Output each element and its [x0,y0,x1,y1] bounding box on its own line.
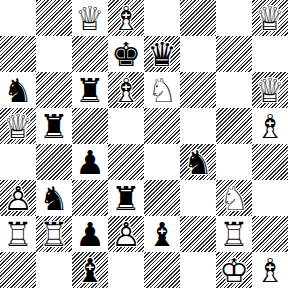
square-d6[interactable]: ♝♗ [108,72,144,108]
white-pawn: ♟♙ [0,180,36,216]
square-c5[interactable] [72,108,108,144]
square-b7[interactable] [36,36,72,72]
square-h8[interactable]: ♛♕ [252,0,288,36]
white-bishop-icon: ♗ [108,0,144,36]
black-bishop: ♝♝ [72,252,108,288]
white-rook-icon: ♖ [36,216,72,252]
square-c1[interactable]: ♝♝ [72,252,108,288]
square-d4[interactable] [108,144,144,180]
square-c4[interactable]: ♟♟ [72,144,108,180]
square-c3[interactable] [72,180,108,216]
white-queen-icon: ♕ [252,72,288,108]
white-queen: ♛♕ [0,108,36,144]
black-pawn-icon: ♟ [72,144,108,180]
square-g6[interactable] [216,72,252,108]
white-queen-icon: ♕ [0,108,36,144]
square-b3[interactable]: ♞♞ [36,180,72,216]
square-d7[interactable]: ♚♚ [108,36,144,72]
white-knight: ♞♘ [144,72,180,108]
square-f2[interactable] [180,216,216,252]
white-king: ♚♔ [216,252,252,288]
square-g8[interactable] [216,0,252,36]
square-f5[interactable] [180,108,216,144]
black-king: ♚♚ [108,36,144,72]
white-queen: ♛♕ [252,0,288,36]
white-knight-icon: ♘ [144,72,180,108]
square-e2[interactable]: ♝♝ [144,216,180,252]
black-pawn: ♟♟ [72,216,108,252]
square-d8[interactable]: ♝♗ [108,0,144,36]
black-pawn: ♟♟ [72,144,108,180]
square-a4[interactable] [0,144,36,180]
square-b8[interactable] [36,0,72,36]
white-king-icon: ♔ [216,252,252,288]
square-a2[interactable]: ♜♖ [0,216,36,252]
white-rook: ♜♖ [0,216,36,252]
black-king-icon: ♚ [108,36,144,72]
square-a6[interactable]: ♞♞ [0,72,36,108]
black-bishop-icon: ♝ [72,252,108,288]
square-g5[interactable] [216,108,252,144]
black-rook-icon: ♜ [36,108,72,144]
black-bishop-icon: ♝ [144,216,180,252]
white-queen-icon: ♕ [252,0,288,36]
square-g2[interactable]: ♜♖ [216,216,252,252]
white-rook-icon: ♖ [0,216,36,252]
white-queen: ♛♕ [72,0,108,36]
black-bishop: ♝♝ [144,216,180,252]
square-e3[interactable] [144,180,180,216]
black-knight-icon: ♞ [36,180,72,216]
square-g1[interactable]: ♚♔ [216,252,252,288]
square-h7[interactable] [252,36,288,72]
square-h4[interactable] [252,144,288,180]
square-f1[interactable] [180,252,216,288]
square-a7[interactable] [0,36,36,72]
square-d2[interactable]: ♟♙ [108,216,144,252]
square-b4[interactable] [36,144,72,180]
black-pawn-icon: ♟ [72,216,108,252]
white-knight: ♞♘ [216,180,252,216]
square-h3[interactable] [252,180,288,216]
white-bishop: ♝♗ [252,108,288,144]
square-f7[interactable] [180,36,216,72]
square-e1[interactable] [144,252,180,288]
square-a8[interactable] [0,0,36,36]
square-f4[interactable]: ♞♞ [180,144,216,180]
square-d3[interactable]: ♜♜ [108,180,144,216]
square-a1[interactable] [0,252,36,288]
square-e4[interactable] [144,144,180,180]
square-g3[interactable]: ♞♘ [216,180,252,216]
black-rook: ♜♜ [36,108,72,144]
square-a5[interactable]: ♛♕ [0,108,36,144]
square-d1[interactable] [108,252,144,288]
white-bishop: ♝♗ [108,72,144,108]
white-rook: ♜♖ [216,216,252,252]
white-rook-icon: ♖ [216,216,252,252]
square-b2[interactable]: ♜♖ [36,216,72,252]
square-e7[interactable]: ♛♛ [144,36,180,72]
square-e5[interactable] [144,108,180,144]
square-h5[interactable]: ♝♗ [252,108,288,144]
white-bishop-icon: ♗ [108,72,144,108]
square-f3[interactable] [180,180,216,216]
square-f8[interactable] [180,0,216,36]
black-rook: ♜♜ [72,72,108,108]
white-queen: ♛♕ [252,72,288,108]
square-h1[interactable]: ♝♗ [252,252,288,288]
black-rook: ♜♜ [108,180,144,216]
square-c6[interactable]: ♜♜ [72,72,108,108]
white-knight-icon: ♘ [216,180,252,216]
square-d5[interactable] [108,108,144,144]
white-pawn-icon: ♙ [0,180,36,216]
black-queen: ♛♛ [144,36,180,72]
white-bishop: ♝♗ [108,0,144,36]
white-bishop-icon: ♗ [252,252,288,288]
black-rook-icon: ♜ [108,180,144,216]
square-c8[interactable]: ♛♕ [72,0,108,36]
square-f6[interactable] [180,72,216,108]
square-c7[interactable] [72,36,108,72]
black-knight: ♞♞ [0,72,36,108]
black-rook-icon: ♜ [72,72,108,108]
white-pawn-icon: ♙ [108,216,144,252]
square-g7[interactable] [216,36,252,72]
black-knight: ♞♞ [36,180,72,216]
square-e6[interactable]: ♞♘ [144,72,180,108]
black-knight-icon: ♞ [0,72,36,108]
square-a3[interactable]: ♟♙ [0,180,36,216]
white-bishop: ♝♗ [252,252,288,288]
black-knight-icon: ♞ [180,144,216,180]
square-g4[interactable] [216,144,252,180]
white-rook: ♜♖ [36,216,72,252]
chess-board: ♛♕♝♗♛♕♚♚♛♛♞♞♜♜♝♗♞♘♛♕♛♕♜♜♝♗♟♟♞♞♟♙♞♞♜♜♞♘♜♖… [0,0,288,288]
white-pawn: ♟♙ [108,216,144,252]
black-queen-icon: ♛ [144,36,180,72]
black-knight: ♞♞ [180,144,216,180]
square-b5[interactable]: ♜♜ [36,108,72,144]
square-b6[interactable] [36,72,72,108]
white-queen-icon: ♕ [72,0,108,36]
white-bishop-icon: ♗ [252,108,288,144]
square-b1[interactable] [36,252,72,288]
square-h2[interactable] [252,216,288,252]
square-c2[interactable]: ♟♟ [72,216,108,252]
square-e8[interactable] [144,0,180,36]
square-h6[interactable]: ♛♕ [252,72,288,108]
